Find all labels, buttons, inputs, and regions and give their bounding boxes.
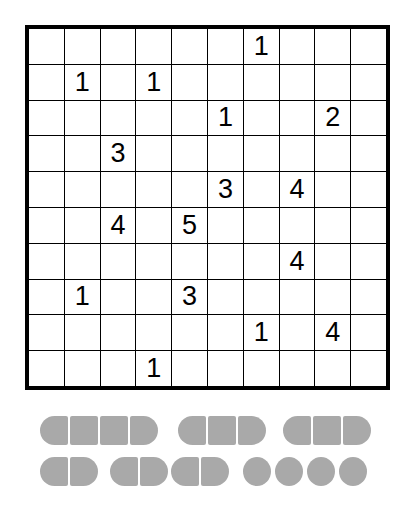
cell-r2c9[interactable]: [315, 65, 350, 100]
cell-r9c8[interactable]: [280, 315, 315, 350]
cell-r6c6[interactable]: [208, 208, 243, 243]
cell-r1c6[interactable]: [208, 29, 243, 64]
fleet-ship-size-1: [339, 457, 367, 486]
cell-r6c10[interactable]: [351, 208, 386, 243]
cell-r8c2: 1: [65, 280, 100, 315]
cell-r5c3[interactable]: [101, 172, 136, 207]
ship-segment-submarine: [307, 457, 335, 486]
cell-r5c5[interactable]: [172, 172, 207, 207]
cell-r10c5[interactable]: [172, 351, 207, 386]
cell-r8c10[interactable]: [351, 280, 386, 315]
cell-r5c6: 3: [208, 172, 243, 207]
cell-r10c1[interactable]: [29, 351, 64, 386]
cell-r9c6[interactable]: [208, 315, 243, 350]
cell-r5c8: 4: [280, 172, 315, 207]
cell-r7c8: 4: [280, 244, 315, 279]
ship-segment-right-cap: [70, 457, 98, 486]
cell-r8c4[interactable]: [136, 280, 171, 315]
cell-r9c2[interactable]: [65, 315, 100, 350]
fleet-ship-size-3: [283, 416, 371, 445]
cell-r8c3[interactable]: [101, 280, 136, 315]
fleet-ship-size-4: [40, 416, 158, 445]
cell-r8c8[interactable]: [280, 280, 315, 315]
cell-r5c9[interactable]: [315, 172, 350, 207]
cell-r7c7[interactable]: [244, 244, 279, 279]
cell-r6c8[interactable]: [280, 208, 315, 243]
cell-r8c5: 3: [172, 280, 207, 315]
cell-r2c3[interactable]: [101, 65, 136, 100]
ship-segment-right-cap: [238, 416, 266, 445]
ship-segment-left-cap: [283, 416, 311, 445]
cell-r6c5: 5: [172, 208, 207, 243]
cell-r6c7[interactable]: [244, 208, 279, 243]
cell-r7c1[interactable]: [29, 244, 64, 279]
cell-r3c3[interactable]: [101, 101, 136, 136]
cell-r8c7[interactable]: [244, 280, 279, 315]
cell-r4c6[interactable]: [208, 136, 243, 171]
cell-r4c9[interactable]: [315, 136, 350, 171]
ship-segment-middle: [313, 416, 341, 445]
cell-r4c3: 3: [101, 136, 136, 171]
cell-r1c5[interactable]: [172, 29, 207, 64]
cell-r5c7[interactable]: [244, 172, 279, 207]
cell-r2c10[interactable]: [351, 65, 386, 100]
cell-r7c3[interactable]: [101, 244, 136, 279]
cell-r2c7[interactable]: [244, 65, 279, 100]
fleet-ship-size-2: [110, 457, 168, 486]
cell-r10c8[interactable]: [280, 351, 315, 386]
ship-segment-right-cap: [130, 416, 158, 445]
cell-r6c2[interactable]: [65, 208, 100, 243]
cell-r8c6[interactable]: [208, 280, 243, 315]
cell-r6c9[interactable]: [315, 208, 350, 243]
cell-r2c6[interactable]: [208, 65, 243, 100]
cell-r10c3[interactable]: [101, 351, 136, 386]
ship-segment-left-cap: [40, 457, 68, 486]
ship-segment-left-cap: [40, 416, 68, 445]
cell-r1c1[interactable]: [29, 29, 64, 64]
fleet-ship-size-2: [171, 457, 229, 486]
ship-segment-middle: [70, 416, 98, 445]
cell-r3c7[interactable]: [244, 101, 279, 136]
cell-r7c9[interactable]: [315, 244, 350, 279]
cell-r10c2[interactable]: [65, 351, 100, 386]
cell-r3c8[interactable]: [280, 101, 315, 136]
cell-r10c9[interactable]: [315, 351, 350, 386]
cell-r7c10[interactable]: [351, 244, 386, 279]
cell-r10c7[interactable]: [244, 351, 279, 386]
cell-r1c9[interactable]: [315, 29, 350, 64]
cell-r9c3[interactable]: [101, 315, 136, 350]
cell-r6c4[interactable]: [136, 208, 171, 243]
ship-segment-middle: [100, 416, 128, 445]
cell-r8c1[interactable]: [29, 280, 64, 315]
cell-r3c9: 2: [315, 101, 350, 136]
cell-r9c4[interactable]: [136, 315, 171, 350]
cell-r3c1[interactable]: [29, 101, 64, 136]
cell-r4c2[interactable]: [65, 136, 100, 171]
cell-r10c6[interactable]: [208, 351, 243, 386]
cell-r7c5[interactable]: [172, 244, 207, 279]
cell-r1c10[interactable]: [351, 29, 386, 64]
cell-r3c4[interactable]: [136, 101, 171, 136]
ship-segment-left-cap: [110, 457, 138, 486]
cell-r9c1[interactable]: [29, 315, 64, 350]
cell-r2c2: 1: [65, 65, 100, 100]
ship-segment-left-cap: [178, 416, 206, 445]
cell-r3c2[interactable]: [65, 101, 100, 136]
fleet-ship-size-1: [275, 457, 303, 486]
cell-r4c10[interactable]: [351, 136, 386, 171]
ship-segment-right-cap: [201, 457, 229, 486]
cell-r7c2[interactable]: [65, 244, 100, 279]
fleet-ship-size-3: [178, 416, 266, 445]
cell-r1c2[interactable]: [65, 29, 100, 64]
ship-segment-submarine: [339, 457, 367, 486]
cell-r4c8[interactable]: [280, 136, 315, 171]
cell-r4c5[interactable]: [172, 136, 207, 171]
cell-r4c1[interactable]: [29, 136, 64, 171]
cell-r1c4[interactable]: [136, 29, 171, 64]
fleet-ship-size-1: [307, 457, 335, 486]
cell-r4c4[interactable]: [136, 136, 171, 171]
cell-r5c10[interactable]: [351, 172, 386, 207]
cell-r8c9[interactable]: [315, 280, 350, 315]
ship-segment-middle: [208, 416, 236, 445]
cell-r1c3[interactable]: [101, 29, 136, 64]
cell-r5c2[interactable]: [65, 172, 100, 207]
cell-r3c5[interactable]: [172, 101, 207, 136]
cell-r2c1[interactable]: [29, 65, 64, 100]
cell-r3c6: 1: [208, 101, 243, 136]
cell-r1c7: 1: [244, 29, 279, 64]
battleships-board: 1111233445413141: [25, 25, 390, 390]
cell-r1c8[interactable]: [280, 29, 315, 64]
cell-r7c6[interactable]: [208, 244, 243, 279]
ship-segment-submarine: [243, 457, 271, 486]
cell-r6c3: 4: [101, 208, 136, 243]
ship-segment-submarine: [275, 457, 303, 486]
cell-r5c4[interactable]: [136, 172, 171, 207]
fleet-ship-size-2: [40, 457, 98, 486]
cell-r7c4[interactable]: [136, 244, 171, 279]
cell-r4c7[interactable]: [244, 136, 279, 171]
cell-r5c1[interactable]: [29, 172, 64, 207]
cell-r3c10[interactable]: [351, 101, 386, 136]
ship-segment-left-cap: [171, 457, 199, 486]
cell-r9c7: 1: [244, 315, 279, 350]
ship-segment-right-cap: [140, 457, 168, 486]
cell-r2c5[interactable]: [172, 65, 207, 100]
cell-r9c9: 4: [315, 315, 350, 350]
ship-segment-right-cap: [343, 416, 371, 445]
cell-r2c4: 1: [136, 65, 171, 100]
cell-r9c5[interactable]: [172, 315, 207, 350]
cell-r9c10[interactable]: [351, 315, 386, 350]
cell-r10c4: 1: [136, 351, 171, 386]
fleet-ship-size-1: [243, 457, 271, 486]
cell-r2c8[interactable]: [280, 65, 315, 100]
cell-r6c1[interactable]: [29, 208, 64, 243]
cell-r10c10[interactable]: [351, 351, 386, 386]
